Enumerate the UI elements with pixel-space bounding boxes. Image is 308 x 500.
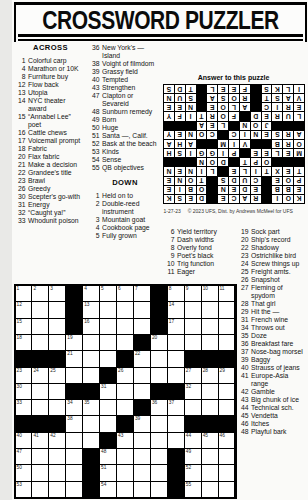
answer-letter-cell: E bbox=[229, 186, 239, 194]
grid-cell[interactable] bbox=[185, 302, 201, 317]
grid-cell[interactable] bbox=[83, 335, 99, 350]
answer-letter-cell: E bbox=[229, 167, 239, 175]
answer-letter-cell: E bbox=[164, 103, 174, 111]
grid-cell[interactable]: 24 bbox=[32, 368, 48, 383]
grid-cell[interactable] bbox=[66, 482, 82, 497]
answer-letter-cell: O bbox=[218, 103, 228, 111]
grid-cell[interactable]: 26 bbox=[117, 368, 133, 383]
grid-cell[interactable] bbox=[32, 302, 48, 317]
answer-letter-cell: O bbox=[229, 94, 239, 102]
clues-column-4: 19Sock part20Ship's record22Shadowy23Ost… bbox=[239, 228, 308, 436]
grid-cell[interactable]: 2 bbox=[32, 286, 48, 301]
grid-cell[interactable] bbox=[134, 319, 150, 334]
clue-47: 47Clapton or Sevareid bbox=[90, 92, 161, 108]
clue-2: 2Double-reed instrument bbox=[90, 200, 161, 216]
clue-30: 30Scepter's go-with bbox=[16, 193, 86, 201]
cell-number: 21 bbox=[67, 351, 72, 357]
grid-cell[interactable]: 39 bbox=[134, 416, 150, 431]
answer-black-cell bbox=[207, 186, 217, 194]
answer-letter-cell: S bbox=[261, 85, 271, 93]
answer-letter-cell: E bbox=[250, 149, 260, 157]
grid-cell[interactable] bbox=[168, 335, 184, 350]
clue-49: 49Born bbox=[90, 116, 161, 124]
puzzle-grid: 1234567891011121314151617181920212223242… bbox=[14, 284, 237, 499]
answer-letter-cell: E bbox=[174, 167, 184, 175]
grid-cell[interactable] bbox=[117, 465, 133, 480]
answer-letter-cell: I bbox=[185, 149, 195, 157]
answer-letter-cell: S bbox=[218, 94, 228, 102]
answer-letter-cell: D bbox=[239, 186, 249, 194]
black-cell bbox=[151, 384, 167, 399]
cell-number: 6 bbox=[118, 286, 121, 292]
grid-cell[interactable]: 12 bbox=[16, 302, 32, 317]
clue-54: 54Sense bbox=[90, 156, 161, 164]
cell-number: 3 bbox=[50, 286, 53, 292]
grid-cell[interactable]: 1 bbox=[16, 286, 32, 301]
clue-23: 23Ostrichlike bird bbox=[239, 252, 308, 260]
answer-letter-cell: A bbox=[283, 94, 293, 102]
grid-cell[interactable]: 28 bbox=[202, 368, 218, 383]
grid-cell[interactable] bbox=[117, 335, 133, 350]
cell-number: 52 bbox=[186, 465, 191, 471]
answer-black-cell bbox=[239, 112, 249, 120]
answer-letter-cell: R bbox=[239, 94, 249, 102]
answer-black-cell bbox=[272, 158, 282, 166]
grid-cell[interactable]: 44 bbox=[185, 433, 201, 448]
cell-number: 1 bbox=[17, 286, 20, 292]
answer-letter-cell: N bbox=[164, 167, 174, 175]
clue-36: 36Breakfast fare bbox=[239, 340, 308, 348]
grid-cell[interactable]: 21 bbox=[66, 351, 82, 366]
grid-cell[interactable]: 22 bbox=[134, 351, 150, 366]
grid-cell[interactable]: 34 bbox=[66, 400, 82, 415]
grid-cell[interactable] bbox=[134, 449, 150, 464]
grid-cell[interactable]: 55 bbox=[185, 482, 201, 497]
answer-letter-cell: C bbox=[261, 103, 271, 111]
grid-cell[interactable] bbox=[83, 416, 99, 431]
cell-number: 20 bbox=[152, 335, 157, 341]
cell-number: 38 bbox=[67, 416, 72, 422]
grid-cell[interactable]: 8 bbox=[168, 286, 184, 301]
grid-cell[interactable]: 6 bbox=[117, 286, 133, 301]
answer-letter-cell: I bbox=[294, 85, 304, 93]
grid-cell[interactable] bbox=[219, 449, 235, 464]
answer-letter-cell: E bbox=[185, 195, 195, 203]
answer-letter-cell: A bbox=[196, 122, 206, 130]
grid-cell[interactable] bbox=[83, 433, 99, 448]
grid-cell[interactable]: 52 bbox=[185, 465, 201, 480]
cell-number: 22 bbox=[135, 351, 140, 357]
clue-24: 24Screw things up bbox=[239, 260, 308, 268]
grid-cell[interactable] bbox=[185, 319, 201, 334]
grid-cell[interactable] bbox=[100, 400, 116, 415]
black-cell bbox=[32, 416, 48, 431]
copyright-line: 1-27-23 © 2023 UFS, Dist. by Andrews McM… bbox=[162, 208, 306, 214]
cell-number: 15 bbox=[17, 319, 22, 325]
answer-letter-cell: L bbox=[272, 149, 282, 157]
grid-cell[interactable] bbox=[168, 433, 184, 448]
grid-cell[interactable] bbox=[202, 319, 218, 334]
title-rule-thick bbox=[18, 34, 303, 37]
black-cell bbox=[16, 351, 32, 366]
grid-cell[interactable] bbox=[49, 335, 65, 350]
grid-cell[interactable] bbox=[49, 400, 65, 415]
clue-22: 22Shadowy bbox=[239, 244, 308, 252]
cell-number: 39 bbox=[135, 416, 140, 422]
grid-cell[interactable]: 38 bbox=[66, 416, 82, 431]
answer-letter-cell: C bbox=[229, 131, 239, 139]
grid-cell[interactable]: 17 bbox=[168, 319, 184, 334]
grid-cell[interactable]: 41 bbox=[32, 433, 48, 448]
title-rule-thin bbox=[18, 39, 303, 41]
answer-letter-cell: S bbox=[218, 177, 228, 185]
grid-cell[interactable] bbox=[219, 335, 235, 350]
grid-cell[interactable] bbox=[100, 335, 116, 350]
grid-cell[interactable]: 13 bbox=[83, 302, 99, 317]
title-box: CROSSWORD PUZZLER bbox=[14, 2, 307, 42]
grid-cell[interactable]: 47 bbox=[16, 449, 32, 464]
clue-43: 43Strengthen bbox=[90, 84, 161, 92]
grid-cell[interactable] bbox=[219, 302, 235, 317]
grid-cell[interactable]: 16 bbox=[83, 319, 99, 334]
grid-cell[interactable]: 19 bbox=[66, 335, 82, 350]
grid-cell[interactable] bbox=[32, 400, 48, 415]
answer-letter-cell: K bbox=[294, 195, 304, 203]
answer-letter-cell: M bbox=[218, 140, 228, 148]
grid-cell[interactable]: 10 bbox=[202, 286, 218, 301]
grid-cell[interactable] bbox=[168, 416, 184, 431]
clue-29: 29Hit the — bbox=[239, 308, 308, 316]
answer-letter-cell: R bbox=[272, 112, 282, 120]
answer-black-cell bbox=[250, 94, 260, 102]
grid-cell[interactable] bbox=[151, 449, 167, 464]
answer-letter-cell: O bbox=[207, 158, 217, 166]
grid-cell[interactable] bbox=[32, 384, 48, 399]
cell-number: 19 bbox=[67, 335, 72, 341]
answer-letter-cell: I bbox=[174, 186, 184, 194]
grid-cell[interactable] bbox=[185, 400, 201, 415]
answer-letter-cell: C bbox=[229, 195, 239, 203]
cell-number: 45 bbox=[203, 433, 208, 439]
clue-23: 23Brawl bbox=[16, 177, 86, 185]
answer-panel: Answer to this puzzle KOIRACEDESKEBBEDEN… bbox=[162, 74, 306, 214]
grid-cell[interactable] bbox=[49, 384, 65, 399]
grid-cell[interactable] bbox=[117, 319, 133, 334]
grid-cell[interactable] bbox=[202, 449, 218, 464]
answer-letter-cell: P bbox=[250, 158, 260, 166]
answer-letter-cell: E bbox=[218, 85, 228, 93]
grid-cell[interactable] bbox=[49, 302, 65, 317]
grid-cell[interactable] bbox=[151, 416, 167, 431]
grid-cell[interactable] bbox=[117, 482, 133, 497]
answer-letter-cell: N bbox=[196, 158, 206, 166]
grid-cell[interactable] bbox=[83, 368, 99, 383]
clue-15: 15“Annabel Lee” poet bbox=[16, 113, 86, 129]
grid-cell[interactable] bbox=[66, 449, 82, 464]
clue-6: 6Yield territory bbox=[165, 228, 235, 236]
grid-cell[interactable] bbox=[66, 465, 82, 480]
answer-letter-cell: L bbox=[239, 167, 249, 175]
cell-number: 44 bbox=[186, 433, 191, 439]
grid-cell[interactable]: 36 bbox=[151, 400, 167, 415]
grid-cell[interactable]: 31 bbox=[100, 384, 116, 399]
black-cell bbox=[134, 400, 150, 415]
grid-cell[interactable] bbox=[32, 335, 48, 350]
black-cell bbox=[168, 384, 184, 399]
answer-black-cell bbox=[196, 94, 206, 102]
answer-letter-cell: O bbox=[294, 140, 304, 148]
grid-cell[interactable]: 14 bbox=[168, 302, 184, 317]
grid-cell[interactable] bbox=[49, 319, 65, 334]
cell-number: 25 bbox=[50, 368, 55, 374]
answer-letter-cell: N bbox=[218, 186, 228, 194]
grid-cell[interactable] bbox=[151, 351, 167, 366]
grid-cell[interactable]: 3 bbox=[49, 286, 65, 301]
clue-3: 3Mountain goat bbox=[90, 216, 161, 224]
grid-cell[interactable] bbox=[134, 384, 150, 399]
grid-cell[interactable] bbox=[134, 368, 150, 383]
clues-column-1: ACROSS 1Colorful carp4Marathon or 10K8Fu… bbox=[16, 44, 86, 225]
black-cell bbox=[168, 482, 184, 497]
answer-letter-cell: G bbox=[207, 149, 217, 157]
grid-cell[interactable] bbox=[66, 368, 82, 383]
clue-55: 55QB objectives bbox=[90, 164, 161, 172]
answer-letter-cell: I bbox=[196, 167, 206, 175]
grid-cell[interactable]: 51 bbox=[100, 465, 116, 480]
grid-cell[interactable] bbox=[151, 465, 167, 480]
grid-cell[interactable]: 43 bbox=[117, 433, 133, 448]
grid-cell[interactable] bbox=[134, 482, 150, 497]
clue-20: 20Flax fabric bbox=[16, 153, 86, 161]
answer-letter-cell: N bbox=[185, 131, 195, 139]
grid-cell[interactable] bbox=[202, 384, 218, 399]
clue-16: 16Cattle chews bbox=[16, 129, 86, 137]
grid-cell[interactable]: 5 bbox=[100, 286, 116, 301]
grid-cell[interactable] bbox=[49, 465, 65, 480]
grid-cell[interactable]: 53 bbox=[16, 482, 32, 497]
grid-cell[interactable] bbox=[32, 465, 48, 480]
answer-letter-cell: T bbox=[185, 85, 195, 93]
grid-cell[interactable] bbox=[202, 335, 218, 350]
grid-cell[interactable] bbox=[202, 465, 218, 480]
clue-7: 7Dash widths bbox=[165, 236, 235, 244]
answer-letter-cell: B bbox=[283, 186, 293, 194]
grid-cell[interactable] bbox=[100, 416, 116, 431]
grid-cell[interactable] bbox=[202, 302, 218, 317]
clue-17: 17Voicemail prompt bbox=[16, 137, 86, 145]
grid-cell[interactable] bbox=[202, 482, 218, 497]
across-clues-part2: 36New York's — Island38Voight of filmdom… bbox=[90, 44, 161, 172]
answer-letter-cell: S bbox=[272, 94, 282, 102]
answer-black-cell bbox=[196, 140, 206, 148]
clue-53: 53Kinds bbox=[90, 148, 161, 156]
clue-38: 38Voight of filmdom bbox=[90, 60, 161, 68]
answer-letter-cell: A bbox=[239, 103, 249, 111]
answer-letter-cell: O bbox=[250, 122, 260, 130]
grid-cell[interactable]: 7 bbox=[134, 286, 150, 301]
grid-cell[interactable]: 54 bbox=[100, 482, 116, 497]
answer-letter-cell: R bbox=[283, 131, 293, 139]
grid-cell[interactable] bbox=[32, 482, 48, 497]
grid-cell[interactable] bbox=[83, 351, 99, 366]
grid-cell[interactable] bbox=[117, 449, 133, 464]
grid-cell[interactable] bbox=[219, 384, 235, 399]
answer-black-cell bbox=[185, 122, 195, 130]
grid-cell[interactable] bbox=[117, 384, 133, 399]
clue-43: 43Big chunk of ice bbox=[239, 396, 308, 404]
answer-black-cell bbox=[272, 122, 282, 130]
grid-cell[interactable] bbox=[134, 433, 150, 448]
black-cell bbox=[185, 416, 201, 431]
grid-cell[interactable]: 40 bbox=[16, 433, 32, 448]
grid-cell[interactable] bbox=[219, 465, 235, 480]
clue-11: 11Eager bbox=[165, 268, 235, 276]
answer-letter-cell: F bbox=[239, 85, 249, 93]
cell-number: 34 bbox=[67, 400, 72, 406]
clue-39: 39Grassy field bbox=[90, 68, 161, 76]
grid-cell[interactable] bbox=[134, 302, 150, 317]
grid-cell[interactable] bbox=[100, 351, 116, 366]
cell-number: 4 bbox=[84, 286, 87, 292]
black-cell bbox=[32, 351, 48, 366]
cell-number: 48 bbox=[101, 449, 106, 455]
down-clues-part3: 19Sock part20Ship's record22Shadowy23Ost… bbox=[239, 228, 308, 436]
cell-number: 16 bbox=[84, 319, 89, 325]
clue-34: 34Throws out bbox=[239, 324, 308, 332]
answer-letter-cell: E bbox=[283, 167, 293, 175]
answer-letter-cell: D bbox=[250, 112, 260, 120]
answer-letter-cell: E bbox=[207, 122, 217, 130]
grid-cell[interactable]: 35 bbox=[83, 400, 99, 415]
grid-cell[interactable]: 20 bbox=[151, 335, 167, 350]
clue-33: 33Whodunit poison bbox=[16, 217, 86, 225]
grid-cell[interactable]: 11 bbox=[219, 286, 235, 301]
grid-cell[interactable]: 48 bbox=[100, 449, 116, 464]
answer-letter-cell: M bbox=[294, 149, 304, 157]
clue-18: 18Fabric bbox=[16, 145, 86, 153]
answer-black-cell bbox=[207, 195, 217, 203]
answer-letter-cell: E bbox=[229, 85, 239, 93]
answer-letter-cell: J bbox=[261, 122, 271, 130]
grid-cell[interactable] bbox=[219, 319, 235, 334]
black-cell bbox=[83, 482, 99, 497]
grid-cell[interactable] bbox=[151, 433, 167, 448]
cell-number: 26 bbox=[118, 368, 123, 374]
cell-number: 24 bbox=[33, 368, 38, 374]
answer-letter-cell: L bbox=[229, 103, 239, 111]
grid-cell[interactable] bbox=[117, 302, 133, 317]
answer-letter-cell: V bbox=[294, 94, 304, 102]
grid-cell[interactable] bbox=[185, 335, 201, 350]
grid-cell[interactable] bbox=[32, 319, 48, 334]
answer-black-cell bbox=[261, 195, 271, 203]
cell-number: 5 bbox=[101, 286, 104, 292]
grid-cell[interactable] bbox=[49, 449, 65, 464]
cell-number: 43 bbox=[118, 433, 123, 439]
cell-number: 37 bbox=[169, 400, 174, 406]
grid-cell[interactable] bbox=[134, 465, 150, 480]
grid-cell[interactable]: 49 bbox=[185, 449, 201, 464]
answer-letter-cell: N bbox=[174, 177, 184, 185]
grid-cell[interactable]: 4 bbox=[83, 286, 99, 301]
cell-number: 31 bbox=[101, 384, 106, 390]
grid-cell[interactable]: 25 bbox=[49, 368, 65, 383]
answer-black-cell bbox=[229, 122, 239, 130]
answer-letter-cell: C bbox=[250, 177, 260, 185]
clue-41: 41Europe-Asia range bbox=[239, 372, 308, 388]
answer-letter-cell: O bbox=[283, 195, 293, 203]
cell-number: 11 bbox=[220, 286, 225, 292]
grid-cell[interactable]: 46 bbox=[219, 433, 235, 448]
grid-cell[interactable]: 23 bbox=[16, 368, 32, 383]
grid-cell[interactable] bbox=[202, 400, 218, 415]
answer-letter-cell: B bbox=[272, 186, 282, 194]
answer-letter-cell: O bbox=[261, 158, 271, 166]
black-cell bbox=[168, 449, 184, 464]
cell-number: 23 bbox=[17, 368, 22, 374]
grid-cell[interactable]: 32 bbox=[185, 384, 201, 399]
answer-letter-cell: T bbox=[239, 158, 249, 166]
grid-cell[interactable]: 30 bbox=[16, 384, 32, 399]
black-cell bbox=[83, 384, 99, 399]
grid-cell[interactable] bbox=[219, 482, 235, 497]
black-cell bbox=[100, 368, 116, 383]
answer-black-cell bbox=[229, 158, 239, 166]
grid-cell[interactable]: 33 bbox=[16, 400, 32, 415]
clue-40: 40Tempted bbox=[90, 76, 161, 84]
copyright-text: © 2023 UFS, Dist. by Andrews McMeel for … bbox=[188, 208, 293, 214]
answer-black-cell bbox=[250, 103, 260, 111]
grid-cell[interactable] bbox=[66, 433, 82, 448]
grid-cell[interactable]: 15 bbox=[16, 319, 32, 334]
grid-cell[interactable] bbox=[168, 368, 184, 383]
black-cell bbox=[185, 351, 201, 366]
grid-cell[interactable] bbox=[151, 482, 167, 497]
answer-letter-cell: V bbox=[239, 140, 249, 148]
answer-letter-cell: I bbox=[272, 195, 282, 203]
answer-black-cell bbox=[261, 177, 271, 185]
grid-cell[interactable]: 29 bbox=[219, 368, 235, 383]
grid-cell[interactable]: 42 bbox=[49, 433, 65, 448]
grid-cell[interactable] bbox=[100, 302, 116, 317]
cell-number: 28 bbox=[203, 368, 208, 374]
answer-black-cell bbox=[261, 140, 271, 148]
grid-cell[interactable] bbox=[117, 400, 133, 415]
grid-cell[interactable]: 18 bbox=[16, 335, 32, 350]
clue-52: 52Bask at the beach bbox=[90, 140, 161, 148]
grid-cell[interactable]: 37 bbox=[168, 400, 184, 415]
answer-letter-cell: I bbox=[239, 131, 249, 139]
answer-letter-cell: E bbox=[250, 186, 260, 194]
grid-cell[interactable] bbox=[32, 449, 48, 464]
grid-cell[interactable]: 50 bbox=[16, 465, 32, 480]
grid-cell[interactable] bbox=[168, 351, 184, 366]
grid-cell[interactable]: 45 bbox=[202, 433, 218, 448]
down-clues-part2: 6Yield territory7Dash widths8Overly fond… bbox=[165, 228, 235, 276]
answer-black-cell bbox=[283, 122, 293, 130]
answer-letter-cell: H bbox=[164, 149, 174, 157]
grid-cell[interactable] bbox=[219, 400, 235, 415]
answer-letter-cell: A bbox=[294, 131, 304, 139]
answer-letter-cell: D bbox=[229, 177, 239, 185]
grid-cell[interactable] bbox=[151, 368, 167, 383]
grid-cell[interactable] bbox=[49, 482, 65, 497]
grid-cell[interactable]: 9 bbox=[185, 286, 201, 301]
answer-black-cell bbox=[164, 122, 174, 130]
grid-cell[interactable]: 27 bbox=[185, 368, 201, 383]
grid-cell[interactable] bbox=[100, 319, 116, 334]
clue-37: 37Nose-bag morsel bbox=[239, 348, 308, 356]
